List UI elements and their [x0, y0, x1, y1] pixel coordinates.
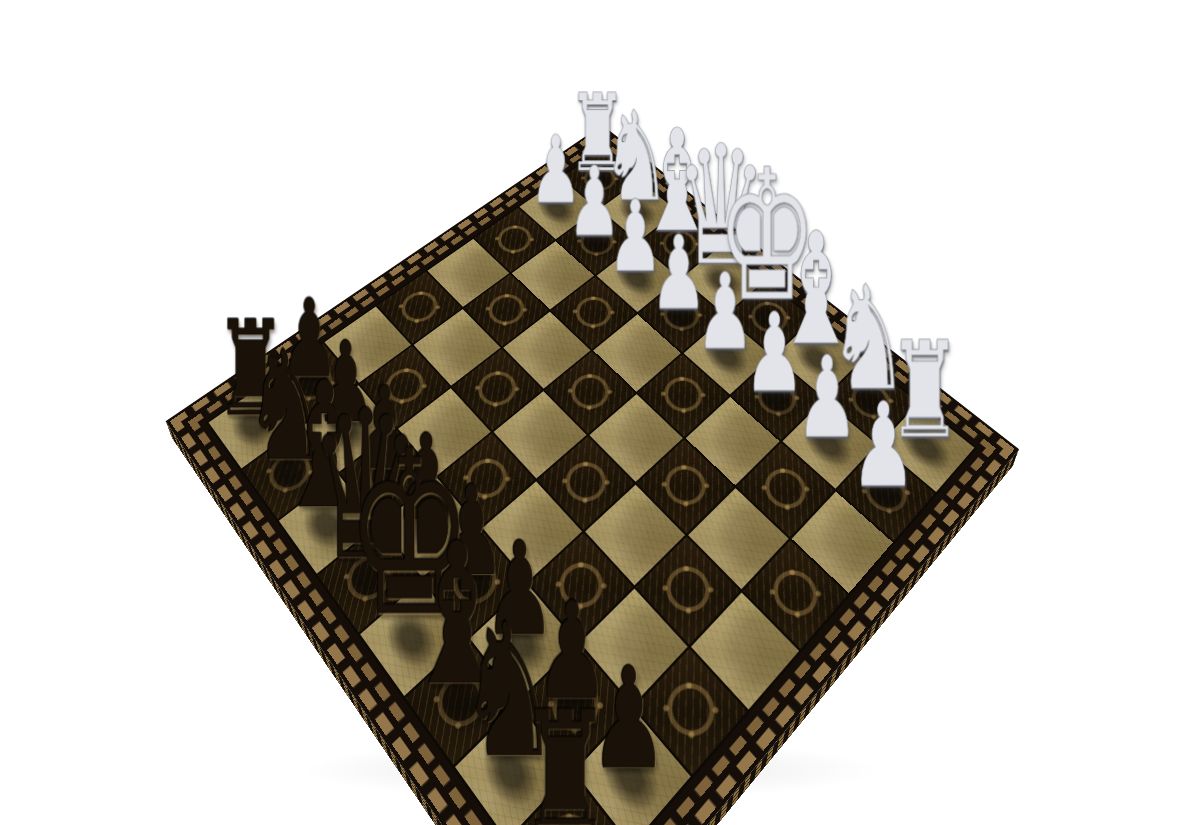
frame-inlay-band-outer: ♜♞♝♛♚♝♞♜♟♟♟♟♟♟♟♟♟♟♟♟♟♟♟♟♜♞♝♛♚♝♞♜: [170, 127, 1015, 825]
product-photo-scene: ♜♞♝♛♚♝♞♜♟♟♟♟♟♟♟♟♟♟♟♟♟♟♟♟♜♞♝♛♚♝♞♜: [0, 0, 1200, 825]
white-pawn-glyph: ♟: [796, 340, 859, 453]
frame-inlay-band-inner: ♜♞♝♛♚♝♞♜♟♟♟♟♟♟♟♟♟♟♟♟♟♟♟♟♜♞♝♛♚♝♞♜: [188, 137, 996, 825]
chess-board: ♜♞♝♛♚♝♞♜♟♟♟♟♟♟♟♟♟♟♟♟♟♟♟♟♜♞♝♛♚♝♞♜: [166, 125, 1020, 825]
black-rook-glyph: ♜: [518, 687, 613, 825]
board-grid: ♜♞♝♛♚♝♞♜♟♟♟♟♟♟♟♟♟♟♟♟♟♟♟♟♜♞♝♛♚♝♞♜: [206, 148, 978, 825]
board-top-face: ♜♞♝♛♚♝♞♜♟♟♟♟♟♟♟♟♟♟♟♟♟♟♟♟♜♞♝♛♚♝♞♜: [166, 125, 1020, 825]
square-h8: ♜: [509, 773, 630, 825]
white-pawn-glyph: ♟: [851, 385, 916, 502]
square-h3: [792, 491, 893, 593]
